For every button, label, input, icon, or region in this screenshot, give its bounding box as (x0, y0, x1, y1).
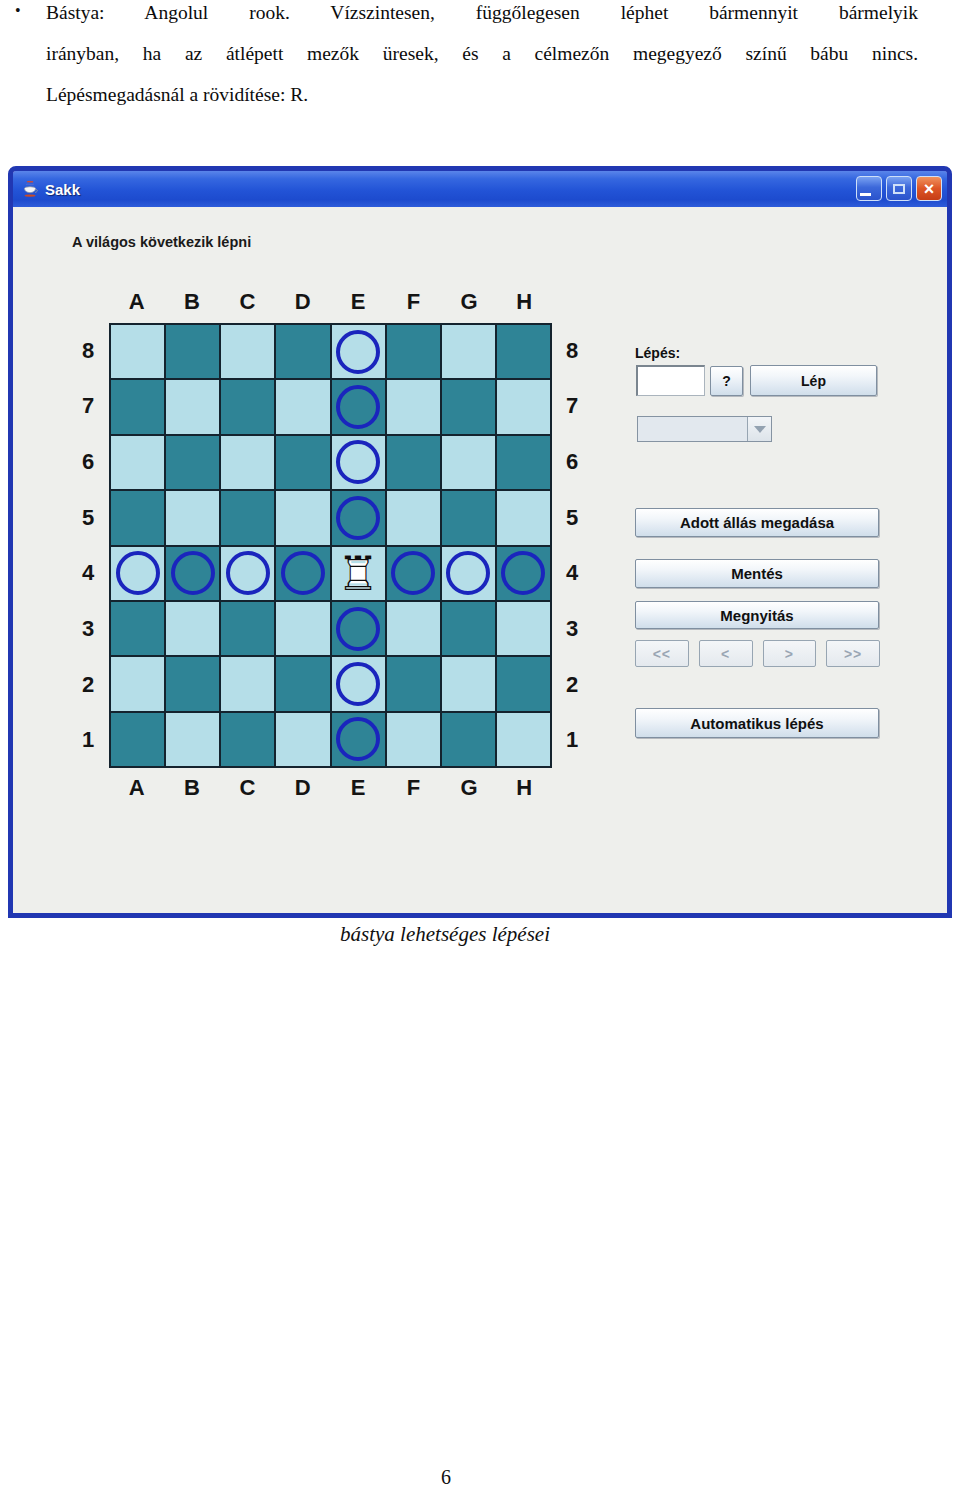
rank-label-8: 8 (74, 323, 102, 379)
square-g2[interactable] (442, 657, 495, 710)
move-marker (171, 551, 215, 595)
file-label-h: H (497, 774, 552, 802)
square-h6[interactable] (497, 436, 550, 489)
square-b3[interactable] (166, 602, 219, 655)
rank-label-5: 5 (74, 490, 102, 546)
minimize-button[interactable] (856, 176, 882, 201)
square-c7[interactable] (221, 380, 274, 433)
square-g1[interactable] (442, 713, 495, 766)
square-a1[interactable] (111, 713, 164, 766)
nav-prev-button[interactable]: < (699, 640, 753, 667)
square-c1[interactable] (221, 713, 274, 766)
file-label-c: C (220, 288, 275, 316)
square-h3[interactable] (497, 602, 550, 655)
rank-label-2: 2 (558, 657, 586, 713)
nav-first-button[interactable]: << (635, 640, 689, 667)
move-marker (336, 662, 380, 706)
rank-label-6: 6 (74, 434, 102, 490)
chevron-down-icon (754, 426, 766, 433)
move-list-combobox[interactable] (637, 416, 772, 442)
square-b8[interactable] (166, 325, 219, 378)
java-coffee-cup-icon (21, 180, 39, 198)
rank-label-1: 1 (74, 712, 102, 768)
square-d1[interactable] (276, 713, 329, 766)
paragraph-line: Lépésmegadásnál a rövidítése: R. (46, 84, 918, 106)
document-page: • Bástya: Angolul rook. Vízszintesen, fü… (0, 0, 960, 1503)
rank-label-7: 7 (74, 379, 102, 435)
file-label-b: B (164, 288, 219, 316)
square-h4[interactable] (497, 547, 550, 600)
move-marker (336, 717, 380, 761)
square-a4[interactable] (111, 547, 164, 600)
square-g6[interactable] (442, 436, 495, 489)
square-g7[interactable] (442, 380, 495, 433)
square-e6[interactable] (332, 436, 385, 489)
square-e1[interactable] (332, 713, 385, 766)
close-icon: × (924, 180, 935, 198)
chess-board[interactable]: ♜♖ (109, 323, 552, 768)
figure-caption: bástya lehetséges lépései (0, 922, 890, 947)
square-d2[interactable] (276, 657, 329, 710)
rank-labels-left: 87654321 (74, 323, 102, 768)
set-position-button[interactable]: Adott állás megadása (635, 508, 879, 537)
rank-label-1: 1 (558, 712, 586, 768)
move-input[interactable] (636, 365, 705, 396)
file-label-h: H (497, 288, 552, 316)
square-f1[interactable] (387, 713, 440, 766)
square-d4[interactable] (276, 547, 329, 600)
square-c2[interactable] (221, 657, 274, 710)
move-marker (336, 385, 380, 429)
move-marker (281, 551, 325, 595)
window-titlebar[interactable]: Sakk × (13, 171, 947, 207)
file-labels-bottom: ABCDEFGH (109, 774, 552, 802)
move-marker (336, 607, 380, 651)
move-marker (391, 551, 435, 595)
file-label-a: A (109, 774, 164, 802)
square-e7[interactable] (332, 380, 385, 433)
square-b1[interactable] (166, 713, 219, 766)
square-e3[interactable] (332, 602, 385, 655)
square-e5[interactable] (332, 491, 385, 544)
square-d8[interactable] (276, 325, 329, 378)
square-d3[interactable] (276, 602, 329, 655)
square-g8[interactable] (442, 325, 495, 378)
move-button[interactable]: Lép (750, 365, 877, 396)
file-label-b: B (164, 774, 219, 802)
file-label-f: F (386, 288, 441, 316)
square-f7[interactable] (387, 380, 440, 433)
turn-status-text: A világos következik lépni (72, 234, 251, 250)
rank-label-6: 6 (558, 434, 586, 490)
rank-label-8: 8 (558, 323, 586, 379)
square-f2[interactable] (387, 657, 440, 710)
square-e8[interactable] (332, 325, 385, 378)
square-f8[interactable] (387, 325, 440, 378)
paragraph-line: Bástya: Angolul rook. Vízszintesen, függ… (46, 2, 918, 24)
save-button[interactable]: Mentés (635, 559, 879, 588)
square-f5[interactable] (387, 491, 440, 544)
nav-last-button[interactable]: >> (826, 640, 880, 667)
rank-label-4: 4 (558, 546, 586, 602)
combobox-dropdown-button[interactable] (747, 417, 771, 441)
move-label: Lépés: (635, 345, 680, 361)
square-h7[interactable] (497, 380, 550, 433)
list-bullet: • (15, 2, 21, 20)
square-f6[interactable] (387, 436, 440, 489)
square-b7[interactable] (166, 380, 219, 433)
square-e4[interactable]: ♜♖ (332, 547, 385, 600)
minimize-icon (860, 193, 871, 196)
rook-outline: ♖ (332, 547, 385, 600)
move-marker (336, 330, 380, 374)
square-c8[interactable] (221, 325, 274, 378)
square-g3[interactable] (442, 602, 495, 655)
help-button[interactable]: ? (710, 366, 743, 396)
move-marker (446, 551, 490, 595)
maximize-button[interactable] (886, 176, 912, 201)
page-number: 6 (0, 1466, 892, 1489)
square-h8[interactable] (497, 325, 550, 378)
window-controls: × (856, 176, 942, 201)
rank-label-4: 4 (74, 546, 102, 602)
chess-app-window: Sakk × A világos következik lépni ABCDEF… (8, 166, 952, 918)
rank-label-3: 3 (74, 601, 102, 657)
paragraph-line: irányban, ha az átlépett mezők üresek, é… (46, 43, 918, 65)
square-c3[interactable] (221, 602, 274, 655)
file-label-g: G (441, 774, 496, 802)
square-a8[interactable] (111, 325, 164, 378)
square-a5[interactable] (111, 491, 164, 544)
square-h1[interactable] (497, 713, 550, 766)
square-b6[interactable] (166, 436, 219, 489)
rank-label-3: 3 (558, 601, 586, 657)
square-d7[interactable] (276, 380, 329, 433)
rank-label-5: 5 (558, 490, 586, 546)
square-b4[interactable] (166, 547, 219, 600)
rank-label-7: 7 (558, 379, 586, 435)
file-label-g: G (441, 288, 496, 316)
move-marker (501, 551, 545, 595)
square-d5[interactable] (276, 491, 329, 544)
nav-next-button[interactable]: > (763, 640, 817, 667)
square-f4[interactable] (387, 547, 440, 600)
file-label-a: A (109, 288, 164, 316)
move-marker (116, 551, 160, 595)
move-marker (336, 440, 380, 484)
square-f3[interactable] (387, 602, 440, 655)
file-labels-top: ABCDEFGH (109, 288, 552, 316)
maximize-icon (893, 184, 905, 194)
file-label-e: E (331, 774, 386, 802)
square-a6[interactable] (111, 436, 164, 489)
square-g5[interactable] (442, 491, 495, 544)
window-title: Sakk (45, 181, 80, 198)
rank-labels-right: 87654321 (558, 323, 586, 768)
square-h2[interactable] (497, 657, 550, 710)
close-button[interactable]: × (916, 176, 942, 201)
move-marker (226, 551, 270, 595)
file-label-f: F (386, 774, 441, 802)
square-g4[interactable] (442, 547, 495, 600)
auto-move-button[interactable]: Automatikus lépés (635, 708, 879, 738)
combobox-value (638, 417, 747, 441)
square-h5[interactable] (497, 491, 550, 544)
file-label-e: E (331, 288, 386, 316)
file-label-d: D (275, 774, 330, 802)
square-b5[interactable] (166, 491, 219, 544)
square-b2[interactable] (166, 657, 219, 710)
navigation-buttons: <<<>>> (635, 640, 880, 667)
square-a2[interactable] (111, 657, 164, 710)
square-c4[interactable] (221, 547, 274, 600)
open-button[interactable]: Megnyitás (635, 601, 879, 629)
square-c5[interactable] (221, 491, 274, 544)
white-rook[interactable]: ♜♖ (332, 547, 385, 600)
square-e2[interactable] (332, 657, 385, 710)
square-d6[interactable] (276, 436, 329, 489)
file-label-c: C (220, 774, 275, 802)
square-a7[interactable] (111, 380, 164, 433)
file-label-d: D (275, 288, 330, 316)
move-marker (336, 496, 380, 540)
square-c6[interactable] (221, 436, 274, 489)
square-a3[interactable] (111, 602, 164, 655)
window-content: A világos következik lépni ABCDEFGH 8765… (13, 207, 947, 913)
rank-label-2: 2 (74, 657, 102, 713)
